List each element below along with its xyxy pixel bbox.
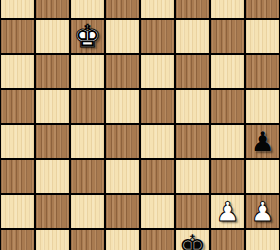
- square-f8[interactable]: [175, 0, 210, 19]
- square-g1[interactable]: [210, 229, 245, 250]
- square-f5[interactable]: [175, 89, 210, 124]
- square-a5[interactable]: [0, 89, 35, 124]
- square-f4[interactable]: [175, 124, 210, 159]
- square-b5[interactable]: [35, 89, 70, 124]
- white-pawn[interactable]: ♟: [250, 198, 274, 225]
- square-h7[interactable]: [245, 19, 280, 54]
- square-f1[interactable]: ♚: [175, 229, 210, 250]
- square-g6[interactable]: [210, 54, 245, 89]
- square-h3[interactable]: [245, 159, 280, 194]
- square-c7[interactable]: ♚: [70, 19, 105, 54]
- square-f7[interactable]: [175, 19, 210, 54]
- black-pawn[interactable]: ♟: [250, 128, 274, 155]
- square-d4[interactable]: [105, 124, 140, 159]
- square-d7[interactable]: [105, 19, 140, 54]
- square-d3[interactable]: [105, 159, 140, 194]
- square-a4[interactable]: [0, 124, 35, 159]
- square-c5[interactable]: [70, 89, 105, 124]
- square-e6[interactable]: [140, 54, 175, 89]
- square-g7[interactable]: [210, 19, 245, 54]
- square-h4[interactable]: ♟: [245, 124, 280, 159]
- square-g3[interactable]: [210, 159, 245, 194]
- square-a8[interactable]: [0, 0, 35, 19]
- square-c1[interactable]: [70, 229, 105, 250]
- square-b1[interactable]: [35, 229, 70, 250]
- square-b2[interactable]: [35, 194, 70, 229]
- white-king[interactable]: ♚: [74, 21, 102, 52]
- square-c8[interactable]: [70, 0, 105, 19]
- square-b4[interactable]: [35, 124, 70, 159]
- square-c4[interactable]: [70, 124, 105, 159]
- square-h8[interactable]: [245, 0, 280, 19]
- square-b3[interactable]: [35, 159, 70, 194]
- square-f2[interactable]: [175, 194, 210, 229]
- square-e8[interactable]: [140, 0, 175, 19]
- square-e2[interactable]: [140, 194, 175, 229]
- square-b6[interactable]: [35, 54, 70, 89]
- square-c2[interactable]: [70, 194, 105, 229]
- square-c3[interactable]: [70, 159, 105, 194]
- square-c6[interactable]: [70, 54, 105, 89]
- square-b7[interactable]: [35, 19, 70, 54]
- square-e4[interactable]: [140, 124, 175, 159]
- board-viewport: ♚♟♟♟♚: [0, 0, 280, 250]
- square-g5[interactable]: [210, 89, 245, 124]
- square-h1[interactable]: [245, 229, 280, 250]
- square-g2[interactable]: ♟: [210, 194, 245, 229]
- square-g4[interactable]: [210, 124, 245, 159]
- square-f6[interactable]: [175, 54, 210, 89]
- square-e1[interactable]: [140, 229, 175, 250]
- square-a3[interactable]: [0, 159, 35, 194]
- square-a1[interactable]: [0, 229, 35, 250]
- square-d5[interactable]: [105, 89, 140, 124]
- square-e3[interactable]: [140, 159, 175, 194]
- square-a2[interactable]: [0, 194, 35, 229]
- square-h2[interactable]: ♟: [245, 194, 280, 229]
- square-e7[interactable]: [140, 19, 175, 54]
- square-d1[interactable]: [105, 229, 140, 250]
- square-a6[interactable]: [0, 54, 35, 89]
- square-h6[interactable]: [245, 54, 280, 89]
- square-d8[interactable]: [105, 0, 140, 19]
- white-pawn[interactable]: ♟: [215, 198, 239, 225]
- square-a7[interactable]: [0, 19, 35, 54]
- square-d2[interactable]: [105, 194, 140, 229]
- black-king[interactable]: ♚: [179, 231, 207, 250]
- square-e5[interactable]: [140, 89, 175, 124]
- square-b8[interactable]: [35, 0, 70, 19]
- square-f3[interactable]: [175, 159, 210, 194]
- square-d6[interactable]: [105, 54, 140, 89]
- chess-board: ♚♟♟♟♚: [0, 0, 280, 250]
- square-h5[interactable]: [245, 89, 280, 124]
- square-g8[interactable]: [210, 0, 245, 19]
